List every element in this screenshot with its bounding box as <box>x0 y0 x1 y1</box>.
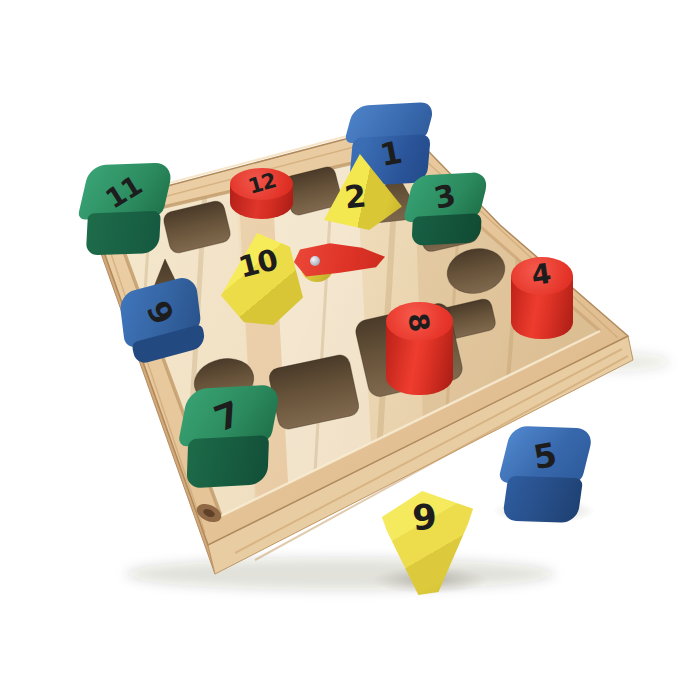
cube-7-front-face <box>186 435 269 488</box>
wooden-tray-board <box>0 0 700 700</box>
block-cube-7[interactable]: 7 <box>181 385 279 489</box>
block-prism-2[interactable]: 2 <box>324 154 402 230</box>
block-prism-9[interactable]: 9 <box>379 491 475 595</box>
toy-clock-puzzle-photo: 1 12 11 2 3 10 4 <box>0 0 700 700</box>
cylinder-8-number: 8 <box>404 311 433 332</box>
block-cylinder-4[interactable]: 4 <box>511 257 573 339</box>
cube-11-front-face <box>85 210 160 255</box>
cube-5-front-face <box>503 476 584 523</box>
clock-hand[interactable] <box>290 240 390 288</box>
block-cube-3[interactable]: 3 <box>407 172 487 246</box>
block-cube-5[interactable]: 5 <box>502 426 588 524</box>
block-cylinder-8[interactable]: 8 <box>386 302 453 395</box>
prism-2-number: 2 <box>343 181 367 214</box>
cube-3-front-face <box>412 213 483 246</box>
hand-pointer <box>290 240 390 288</box>
screw-icon <box>310 256 320 266</box>
block-cube-11[interactable]: 11 <box>82 163 170 256</box>
block-cylinder-12[interactable]: 12 <box>230 168 293 219</box>
prism-9-number: 9 <box>411 500 437 537</box>
